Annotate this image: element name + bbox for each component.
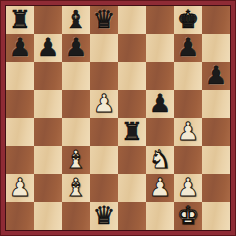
square-h3[interactable] [202,146,230,174]
black-pawn-piece[interactable]: ♟ [205,62,227,90]
square-a3[interactable] [6,146,34,174]
black-pawn-piece[interactable]: ♟ [149,90,171,118]
square-c5[interactable] [62,90,90,118]
square-a7[interactable]: ♟ [6,34,34,62]
square-d7[interactable] [90,34,118,62]
square-c3[interactable]: ♝ [62,146,90,174]
square-d1[interactable]: ♛ [90,202,118,230]
white-knight-piece[interactable]: ♞ [149,146,171,174]
square-c1[interactable] [62,202,90,230]
square-d2[interactable] [90,174,118,202]
square-h2[interactable] [202,174,230,202]
square-b4[interactable] [34,118,62,146]
white-pawn-piece[interactable]: ♟ [9,174,31,202]
square-g2[interactable]: ♟ [174,174,202,202]
square-e8[interactable] [118,6,146,34]
square-h5[interactable] [202,90,230,118]
square-a5[interactable] [6,90,34,118]
black-bishop-piece[interactable]: ♝ [65,6,87,34]
black-queen-piece[interactable]: ♛ [93,6,115,34]
white-pawn-piece[interactable]: ♟ [149,174,171,202]
black-pawn-piece[interactable]: ♟ [9,34,31,62]
square-d3[interactable] [90,146,118,174]
square-b7[interactable]: ♟ [34,34,62,62]
square-h8[interactable] [202,6,230,34]
square-g5[interactable] [174,90,202,118]
square-b3[interactable] [34,146,62,174]
square-b5[interactable] [34,90,62,118]
square-c4[interactable] [62,118,90,146]
square-a8[interactable]: ♜ [6,6,34,34]
square-d5[interactable]: ♟ [90,90,118,118]
square-g4[interactable]: ♟ [174,118,202,146]
square-b1[interactable] [34,202,62,230]
square-a6[interactable] [6,62,34,90]
square-a2[interactable]: ♟ [6,174,34,202]
square-e7[interactable] [118,34,146,62]
square-a4[interactable] [6,118,34,146]
square-b8[interactable] [34,6,62,34]
square-f6[interactable] [146,62,174,90]
square-e6[interactable] [118,62,146,90]
square-g8[interactable]: ♚ [174,6,202,34]
square-g6[interactable] [174,62,202,90]
square-g3[interactable] [174,146,202,174]
square-e2[interactable] [118,174,146,202]
square-c6[interactable] [62,62,90,90]
square-f1[interactable] [146,202,174,230]
square-f7[interactable] [146,34,174,62]
white-pawn-piece[interactable]: ♟ [177,174,199,202]
square-f2[interactable]: ♟ [146,174,174,202]
square-e5[interactable] [118,90,146,118]
board-frame: ♜♝♛♚♟♟♟♟♟♟♟♜♟♝♞♟♝♟♟♛♚ [0,0,236,236]
chess-board: ♜♝♛♚♟♟♟♟♟♟♟♜♟♝♞♟♝♟♟♛♚ [5,5,231,231]
square-b2[interactable] [34,174,62,202]
white-pawn-piece[interactable]: ♟ [177,118,199,146]
black-pawn-piece[interactable]: ♟ [65,34,87,62]
square-g1[interactable]: ♚ [174,202,202,230]
square-a1[interactable] [6,202,34,230]
square-b6[interactable] [34,62,62,90]
black-rook-piece[interactable]: ♜ [121,118,143,146]
white-bishop-piece[interactable]: ♝ [65,174,87,202]
square-g7[interactable]: ♟ [174,34,202,62]
square-h1[interactable] [202,202,230,230]
square-d4[interactable] [90,118,118,146]
square-c8[interactable]: ♝ [62,6,90,34]
square-f5[interactable]: ♟ [146,90,174,118]
square-d6[interactable] [90,62,118,90]
black-queen-piece[interactable]: ♛ [93,202,115,230]
square-c2[interactable]: ♝ [62,174,90,202]
square-f4[interactable] [146,118,174,146]
square-e4[interactable]: ♜ [118,118,146,146]
square-e1[interactable] [118,202,146,230]
square-d8[interactable]: ♛ [90,6,118,34]
black-pawn-piece[interactable]: ♟ [177,34,199,62]
black-king-piece[interactable]: ♚ [177,6,199,34]
square-h6[interactable]: ♟ [202,62,230,90]
square-h4[interactable] [202,118,230,146]
black-rook-piece[interactable]: ♜ [9,6,31,34]
white-bishop-piece[interactable]: ♝ [65,146,87,174]
square-e3[interactable] [118,146,146,174]
square-f8[interactable] [146,6,174,34]
black-pawn-piece[interactable]: ♟ [37,34,59,62]
square-c7[interactable]: ♟ [62,34,90,62]
white-pawn-piece[interactable]: ♟ [93,90,115,118]
square-f3[interactable]: ♞ [146,146,174,174]
white-king-piece[interactable]: ♚ [177,202,199,230]
square-h7[interactable] [202,34,230,62]
